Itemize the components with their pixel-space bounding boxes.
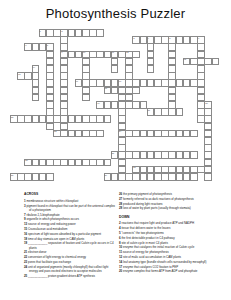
grid-cell[interactable] xyxy=(147,65,155,73)
across-clue-7: 7 ribulose-1,5-bisphosphate xyxy=(24,213,116,217)
down-clue-11: 11 source of energy for photosynthesis xyxy=(119,250,226,254)
down-clue-6: 6 the first detectable product in C4 pat… xyxy=(119,236,226,240)
grid-cell[interactable] xyxy=(132,51,140,59)
grid-cell[interactable] xyxy=(111,65,119,73)
grid-cell[interactable] xyxy=(190,151,198,159)
down-clue-12: 12 site of malic acid accumulation in CA… xyxy=(119,255,226,259)
across-clue-26: 26 the primary pigment of photosynthesis xyxy=(119,192,226,196)
grid-cell[interactable] xyxy=(82,94,90,102)
across-clue-3: 3 pigment found in chloroplast that can … xyxy=(24,204,116,212)
crossword-grid: 1234567891011121314151617181920212223242… xyxy=(10,29,220,181)
down-clue-8: 8 site of calvin cycle in most C4 plants xyxy=(119,241,226,245)
across-clue-13: 13 source of energy and reducing power xyxy=(24,222,116,226)
down-clue-2: 2 reactions that require light and produ… xyxy=(119,221,226,225)
down-header: DOWN xyxy=(119,215,226,220)
across-clue-list: 1 membranous structure within chloroplas… xyxy=(24,199,116,278)
grid-cell[interactable] xyxy=(190,130,198,138)
down-clue-4: 4 tissue that delivers water to the leav… xyxy=(119,226,226,230)
page-title: Photosynthesis Puzzler xyxy=(0,6,231,21)
across-clue-list-continued: 26 the primary pigment of photosynthesis… xyxy=(119,192,226,211)
grid-cell[interactable] xyxy=(204,173,212,181)
across-clue-9: 9 organelle in which photosynthesis occu… xyxy=(24,217,116,221)
across-clue-27: 27 formerly referred to as dark reaction… xyxy=(119,197,226,201)
across-clue-24: 24 unit of organized pigments (mostly ch… xyxy=(24,265,116,273)
down-clue-list: 2 reactions that require light and produ… xyxy=(119,221,226,273)
grid-cell[interactable] xyxy=(46,173,54,181)
across-clue-21: 21 electron donor xyxy=(24,250,116,254)
down-clue-5: 5 "connects" the two photosystems xyxy=(119,231,226,235)
across-clues-column: ACROSS 1 membranous structure within chl… xyxy=(24,192,116,279)
grid-cell[interactable] xyxy=(176,108,184,116)
grid-cell[interactable] xyxy=(96,29,104,37)
down-clue-17: 17 enzyme that catalyzes CO2 fixation to… xyxy=(119,265,226,269)
across-clue-1: 1 membranous structure within chloroplas… xyxy=(24,199,116,203)
across-clue-28: 28 produced during light reactions xyxy=(119,202,226,206)
down-clues-column: 26 the primary pigment of photosynthesis… xyxy=(119,192,226,274)
across-header: ACROSS xyxy=(24,192,116,197)
grid-cell[interactable] xyxy=(32,94,40,102)
down-clue-14: 14 leaf anatomy type (bundle sheath cell… xyxy=(119,260,226,264)
grid-cell[interactable] xyxy=(132,87,140,95)
across-clue-25: 25 ____________ proton gradient drives A… xyxy=(24,274,116,278)
across-clue-18: 18 time of day stomata are open in CAM p… xyxy=(24,237,116,241)
grid-cell[interactable] xyxy=(96,130,104,138)
across-clue-15: 15 Crassulacean acid metabolism xyxy=(24,227,116,231)
across-clue-22: 22 conversion of light energy to chemica… xyxy=(24,255,116,259)
grid-cell[interactable] xyxy=(212,58,220,66)
across-clue-19: 19 ____________ separation of fixation a… xyxy=(24,241,116,249)
across-clue-16: 16 spectrum of light waves absorbed by a… xyxy=(24,232,116,236)
grid-cell[interactable] xyxy=(190,173,198,181)
across-clue-29: 29 loss of water by plant parts (usually… xyxy=(119,206,226,210)
grid-cell[interactable] xyxy=(104,159,112,167)
down-clue-10: 10 enzyme that catalyzes the initial rea… xyxy=(119,245,226,249)
across-clue-23: 23 pores that facilitate gas exchange xyxy=(24,260,116,264)
down-clue-20: 20 enzyme complex that forms ATP from AD… xyxy=(119,269,226,273)
grid-cell[interactable] xyxy=(104,115,112,123)
